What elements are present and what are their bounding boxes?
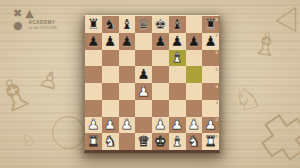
logo: ✖ ▲ ● ACADEMY of the FUTURE: [13, 8, 57, 31]
piece-white-bishop[interactable]: ♝: [171, 134, 184, 148]
square-f8[interactable]: ♝: [169, 16, 186, 33]
piece-black-pawn[interactable]: ♟: [204, 34, 217, 48]
square-e5[interactable]: [152, 66, 169, 83]
square-f6[interactable]: ♝: [169, 50, 186, 67]
square-f7[interactable]: ♟: [169, 33, 186, 50]
square-e8[interactable]: ♚: [152, 16, 169, 33]
square-c6[interactable]: [119, 50, 136, 67]
knight-outline-right-icon: ♘: [231, 81, 264, 117]
square-e4[interactable]: [152, 83, 169, 100]
piece-white-pawn[interactable]: ♟: [204, 117, 217, 131]
piece-white-pawn[interactable]: ♟: [137, 84, 150, 98]
chess-board[interactable]: ♜♞♝♛♚♝8♜♟♟♟♟♟♟7♟♝6♟5♟43♟♟♟♟♟♟2♟♜♞♛♚♝♞1♜: [85, 16, 219, 150]
logo-title: ACADEMY: [29, 21, 57, 26]
x-icon: ✖: [13, 8, 22, 19]
piece-black-pawn[interactable]: ♟: [188, 34, 201, 48]
piece-black-pawn[interactable]: ♟: [121, 34, 134, 48]
circle-icon: ●: [13, 20, 23, 31]
bishop-outline-right-icon: ♗: [250, 27, 282, 62]
rank-label-6: 6: [216, 50, 218, 55]
piece-black-bishop[interactable]: ♝: [121, 17, 134, 31]
piece-white-rook[interactable]: ♜: [87, 134, 100, 148]
square-d6[interactable]: [135, 50, 152, 67]
square-d3[interactable]: [135, 100, 152, 117]
piece-white-pawn[interactable]: ♟: [87, 117, 100, 131]
piece-black-knight[interactable]: ♞: [104, 17, 117, 31]
piece-white-knight[interactable]: ♞: [188, 134, 201, 148]
bishop-outline-icon: ♗: [0, 68, 41, 122]
logo-subtitle: of the FUTURE: [29, 27, 57, 31]
piece-white-queen[interactable]: ♛: [137, 134, 150, 148]
rank-label-4: 4: [216, 84, 218, 89]
piece-white-pawn[interactable]: ♟: [154, 117, 167, 131]
square-d2[interactable]: [135, 117, 152, 134]
piece-white-pawn[interactable]: ♟: [121, 117, 134, 131]
square-a7[interactable]: ♟: [85, 33, 102, 50]
square-g2[interactable]: ♟: [186, 117, 203, 134]
square-g4[interactable]: [186, 83, 203, 100]
square-b5[interactable]: [102, 66, 119, 83]
square-c3[interactable]: [119, 100, 136, 117]
square-a5[interactable]: [85, 66, 102, 83]
square-b7[interactable]: ♟: [102, 33, 119, 50]
chess-board-frame: ♜♞♝♛♚♝8♜♟♟♟♟♟♟7♟♝6♟5♟43♟♟♟♟♟♟2♟♜♞♛♚♝♞1♜: [84, 15, 220, 153]
square-f5[interactable]: [169, 66, 186, 83]
square-f4[interactable]: [169, 83, 186, 100]
square-h8[interactable]: 8♜: [202, 16, 219, 33]
circle-outline-icon: [52, 116, 85, 149]
square-b3[interactable]: [102, 100, 119, 117]
square-a1[interactable]: ♜: [85, 133, 102, 150]
square-h7[interactable]: 7♟: [202, 33, 219, 50]
square-f1[interactable]: ♝: [169, 133, 186, 150]
piece-white-pawn[interactable]: ♟: [171, 117, 184, 131]
piece-white-bishop[interactable]: ♝: [171, 50, 184, 64]
square-a2[interactable]: ♟: [85, 117, 102, 134]
piece-black-pawn[interactable]: ♟: [154, 34, 167, 48]
square-c4[interactable]: [119, 83, 136, 100]
square-d4[interactable]: ♟: [135, 83, 152, 100]
square-g1[interactable]: ♞: [186, 133, 203, 150]
square-b2[interactable]: ♟: [102, 117, 119, 134]
square-f3[interactable]: [169, 100, 186, 117]
square-f2[interactable]: ♟: [169, 117, 186, 134]
square-b4[interactable]: [102, 83, 119, 100]
square-e1[interactable]: ♚: [152, 133, 169, 150]
square-h5[interactable]: 5: [202, 66, 219, 83]
square-h4[interactable]: 4: [202, 83, 219, 100]
piece-white-rook[interactable]: ♜: [204, 134, 217, 148]
square-e7[interactable]: ♟: [152, 33, 169, 50]
knight-outline-left-icon: ♘: [19, 131, 36, 150]
piece-black-king[interactable]: ♚: [154, 17, 167, 31]
square-a3[interactable]: [85, 100, 102, 117]
square-e2[interactable]: ♟: [152, 117, 169, 134]
square-h1[interactable]: 1♜: [202, 133, 219, 150]
piece-white-pawn[interactable]: ♟: [104, 117, 117, 131]
piece-black-pawn[interactable]: ♟: [87, 34, 100, 48]
rank-label-3: 3: [216, 100, 218, 105]
triangle-icon: ▲: [25, 8, 33, 19]
square-d5[interactable]: ♟: [135, 66, 152, 83]
piece-black-pawn[interactable]: ♟: [137, 67, 150, 81]
square-c8[interactable]: ♝: [119, 16, 136, 33]
app-background: ♙ ♗ ♘ ♗ ♘ ✖ ▲ ● ACADEMY of the FUTURE ♜♞…: [0, 0, 300, 168]
square-c2[interactable]: ♟: [119, 117, 136, 134]
square-a4[interactable]: [85, 83, 102, 100]
square-c5[interactable]: [119, 66, 136, 83]
square-c7[interactable]: ♟: [119, 33, 136, 50]
square-d8[interactable]: ♛: [135, 16, 152, 33]
square-a8[interactable]: ♜: [85, 16, 102, 33]
rank-label-5: 5: [216, 67, 218, 72]
pawn-outline-icon: ♙: [37, 67, 63, 94]
square-g6[interactable]: [186, 50, 203, 67]
square-b1[interactable]: ♞: [102, 133, 119, 150]
square-h3[interactable]: 3: [202, 100, 219, 117]
x-outline-icon: [252, 105, 300, 168]
square-h2[interactable]: 2♟: [202, 117, 219, 134]
square-h6[interactable]: 6: [202, 50, 219, 67]
piece-black-pawn[interactable]: ♟: [171, 34, 184, 48]
square-e6[interactable]: [152, 50, 169, 67]
square-g3[interactable]: [186, 100, 203, 117]
piece-black-rook[interactable]: ♜: [87, 17, 100, 31]
square-e3[interactable]: [152, 100, 169, 117]
piece-white-knight[interactable]: ♞: [104, 134, 117, 148]
square-d1[interactable]: ♛: [135, 133, 152, 150]
piece-black-rook[interactable]: ♜: [204, 17, 217, 31]
square-b6[interactable]: [102, 50, 119, 67]
square-b8[interactable]: ♞: [102, 16, 119, 33]
square-g7[interactable]: ♟: [186, 33, 203, 50]
square-c1[interactable]: [119, 133, 136, 150]
square-g8[interactable]: [186, 16, 203, 33]
piece-black-queen[interactable]: ♛: [137, 17, 150, 31]
piece-white-king[interactable]: ♚: [154, 134, 167, 148]
square-d7[interactable]: [135, 33, 152, 50]
square-g5[interactable]: [186, 66, 203, 83]
piece-black-bishop[interactable]: ♝: [171, 17, 184, 31]
piece-black-pawn[interactable]: ♟: [104, 34, 117, 48]
square-a6[interactable]: [85, 50, 102, 67]
piece-white-pawn[interactable]: ♟: [188, 117, 201, 131]
